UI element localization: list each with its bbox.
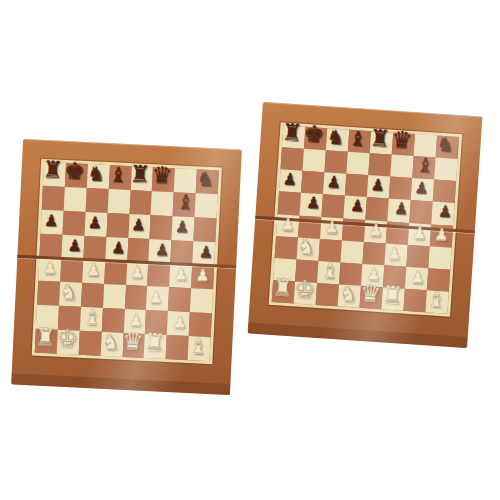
- piece-white-pawn: ♟: [42, 260, 57, 277]
- square-a6: ♟: [279, 170, 302, 194]
- piece-white-queen: ♛: [122, 329, 144, 353]
- piece-black-pawn: ♟: [393, 201, 408, 218]
- piece-white-pawn: ♟: [130, 264, 145, 281]
- square-h1: ♝: [188, 336, 211, 361]
- square-f6: [389, 177, 412, 201]
- square-h3: [190, 289, 213, 314]
- piece-white-rook: ♜: [35, 325, 57, 349]
- square-d7: [346, 152, 369, 176]
- piece-white-pawn: ♟: [280, 216, 295, 233]
- piece-white-pawn: ♟: [128, 312, 143, 329]
- piece-white-pawn: ♟: [86, 262, 101, 279]
- piece-white-pawn: ♟: [386, 245, 401, 262]
- square-f5: ♟: [387, 199, 410, 223]
- square-a6: ♟: [41, 210, 64, 235]
- piece-white-pawn: ♟: [324, 219, 339, 236]
- square-a1: ♜: [35, 329, 58, 354]
- piece-black-king: ♚: [64, 159, 86, 183]
- square-b7: [64, 187, 87, 212]
- square-g3: [168, 287, 191, 312]
- piece-white-bishop: ♝: [189, 335, 208, 356]
- piece-white-knight: ♞: [101, 331, 120, 352]
- piece-white-rook: ♜: [381, 283, 403, 307]
- square-f3: ♟: [146, 286, 169, 311]
- piece-black-pawn: ♟: [350, 198, 365, 215]
- square-h7: [434, 158, 457, 182]
- square-e6: ♟: [367, 175, 390, 199]
- piece-white-knight: ♞: [297, 235, 316, 256]
- square-h6: [193, 217, 216, 242]
- square-a4: ♟: [38, 257, 61, 282]
- square-g4: ♟: [169, 264, 192, 289]
- piece-black-king: ♚: [303, 122, 325, 146]
- square-b8: ♚: [65, 163, 88, 188]
- square-g5: [409, 200, 432, 224]
- square-f3: ♟: [384, 243, 407, 267]
- square-c5: [321, 195, 344, 219]
- square-g7: ♝: [173, 192, 196, 217]
- square-c6: ♟: [323, 172, 346, 196]
- square-a7: [42, 186, 65, 211]
- square-e5: [365, 197, 388, 221]
- piece-white-king: ♚: [294, 277, 316, 301]
- square-h7: [195, 193, 218, 218]
- square-e1: ♛: [122, 333, 145, 358]
- piece-white-pawn: ♟: [195, 268, 210, 285]
- square-g1: [166, 335, 189, 360]
- square-a1: ♜: [272, 280, 295, 304]
- piece-white-pawn: ♟: [368, 222, 383, 239]
- square-e3: [124, 285, 147, 310]
- square-g2: ♟: [167, 311, 190, 336]
- square-c1: [78, 331, 101, 356]
- square-d1: ♞: [100, 332, 123, 357]
- piece-black-bishop: ♝: [348, 128, 367, 149]
- square-g6: ♟: [172, 216, 195, 241]
- piece-black-queen: ♛: [391, 128, 413, 152]
- square-d4: [104, 260, 127, 285]
- square-c1: [316, 283, 339, 307]
- piece-black-pawn: ♟: [370, 177, 385, 194]
- square-b5: ♟: [300, 193, 323, 217]
- square-d6: [345, 174, 368, 198]
- square-h8: ♞: [196, 169, 219, 194]
- piece-white-pawn: ♟: [173, 266, 188, 283]
- square-d8: ♝: [108, 165, 131, 190]
- piece-black-bishop: ♝: [415, 155, 434, 176]
- piece-black-rook: ♜: [42, 158, 64, 182]
- square-h3: [428, 246, 451, 270]
- piece-black-pawn: ♟: [111, 240, 126, 257]
- piece-white-rook: ♜: [272, 275, 294, 299]
- square-e6: ♟: [128, 214, 151, 239]
- piece-black-pawn: ♟: [282, 171, 297, 188]
- square-e3: [362, 242, 385, 266]
- square-h1: ♝: [425, 290, 448, 314]
- square-c6: ♟: [84, 212, 107, 237]
- square-f4: [147, 263, 170, 288]
- piece-white-rook: ♜: [144, 330, 166, 354]
- piece-black-knight: ♞: [436, 134, 455, 155]
- square-e7: [368, 153, 391, 177]
- piece-black-bishop: ♝: [176, 191, 195, 212]
- piece-white-pawn: ♟: [412, 224, 427, 241]
- square-c8: ♞: [87, 164, 110, 189]
- square-b1: ♚: [294, 281, 317, 305]
- piece-white-bishop: ♝: [320, 259, 339, 280]
- square-d7: [107, 189, 130, 214]
- square-d6: [106, 213, 129, 238]
- square-h8: ♞: [436, 136, 459, 160]
- chessboard-left: ♜♚♞♝♜♛♞♝♟♟♟♟♟♟♟♟♟♟♟♟♟♞♟♝♟♟♜♚♞♛♜♝: [11, 139, 242, 395]
- piece-white-bishop: ♝: [427, 288, 446, 309]
- piece-black-knight: ♞: [87, 163, 106, 184]
- square-c2: ♝: [317, 261, 340, 285]
- square-b3: ♞: [297, 237, 320, 261]
- piece-white-pawn: ♟: [410, 269, 425, 286]
- piece-black-knight: ♞: [196, 168, 215, 189]
- square-f8: ♛: [392, 133, 415, 157]
- piece-black-pawn: ♟: [44, 212, 59, 229]
- square-a5: [278, 192, 301, 216]
- square-b1: ♚: [57, 330, 80, 355]
- square-c2: ♝: [80, 307, 103, 332]
- square-h5: ♟: [431, 202, 454, 226]
- piece-black-rook: ♜: [281, 121, 303, 145]
- square-e4: ♟: [126, 262, 149, 287]
- square-a3: [37, 281, 60, 306]
- piece-black-pawn: ♟: [326, 174, 341, 191]
- square-h6: [433, 180, 456, 204]
- piece-black-pawn: ♟: [87, 214, 102, 231]
- square-f7: [390, 155, 413, 179]
- piece-white-knight: ♞: [59, 281, 78, 302]
- piece-white-pawn: ♟: [434, 226, 449, 243]
- square-f8: ♛: [152, 167, 175, 192]
- piece-black-pawn: ♟: [67, 237, 82, 254]
- piece-black-queen: ♛: [151, 163, 173, 187]
- piece-white-knight: ♞: [339, 283, 358, 304]
- square-c7: [324, 150, 347, 174]
- square-f1: ♜: [381, 287, 404, 311]
- piece-white-pawn: ♟: [148, 289, 163, 306]
- square-e7: [129, 190, 152, 215]
- square-d1: ♞: [338, 284, 361, 308]
- piece-white-bishop: ♝: [83, 306, 102, 327]
- square-f7: [151, 191, 174, 216]
- piece-black-pawn: ♟: [198, 244, 213, 261]
- square-g7: ♝: [412, 156, 435, 180]
- square-f6: [150, 215, 173, 240]
- square-e1: ♛: [359, 286, 382, 310]
- piece-black-knight: ♞: [326, 127, 345, 148]
- piece-black-rook: ♜: [369, 127, 391, 151]
- square-b6: [301, 171, 324, 195]
- square-b8: ♚: [304, 127, 327, 151]
- square-c8: ♞: [326, 128, 349, 152]
- square-g3: [406, 245, 429, 269]
- piece-white-queen: ♛: [359, 281, 381, 305]
- piece-black-pawn: ♟: [437, 204, 452, 221]
- square-a3: [275, 236, 298, 260]
- square-a7: [280, 147, 303, 171]
- square-c4: ♟: [82, 259, 105, 284]
- piece-black-pawn: ♟: [131, 217, 146, 234]
- square-d5: ♟: [343, 196, 366, 220]
- square-d3: [340, 240, 363, 264]
- square-h4: ♟: [191, 265, 214, 290]
- square-a8: ♜: [43, 162, 66, 187]
- piece-black-pawn: ♟: [414, 180, 429, 197]
- piece-black-bishop: ♝: [109, 164, 128, 185]
- chessboard-right: ♜♚♞♝♜♛♞♝♟♟♟♟♟♟♟♟♟♟♟♟♟♞♟♝♟♟♜♚♞♛♜♝: [248, 102, 483, 348]
- piece-black-rook: ♜: [129, 162, 151, 186]
- square-g1: [403, 289, 426, 313]
- piece-black-pawn: ♟: [155, 242, 170, 259]
- square-e8: ♜: [130, 166, 153, 191]
- square-c7: [85, 188, 108, 213]
- piece-black-pawn: ♟: [306, 195, 321, 212]
- square-b6: [62, 211, 85, 236]
- piece-white-king: ♚: [56, 326, 78, 350]
- square-f1: ♜: [144, 334, 167, 359]
- piece-black-pawn: ♟: [175, 219, 190, 236]
- square-g2: ♟: [405, 267, 428, 291]
- square-b7: [302, 149, 325, 173]
- square-g6: ♟: [411, 178, 434, 202]
- piece-white-pawn: ♟: [172, 314, 187, 331]
- square-d3: [103, 284, 126, 309]
- square-b3: ♞: [59, 282, 82, 307]
